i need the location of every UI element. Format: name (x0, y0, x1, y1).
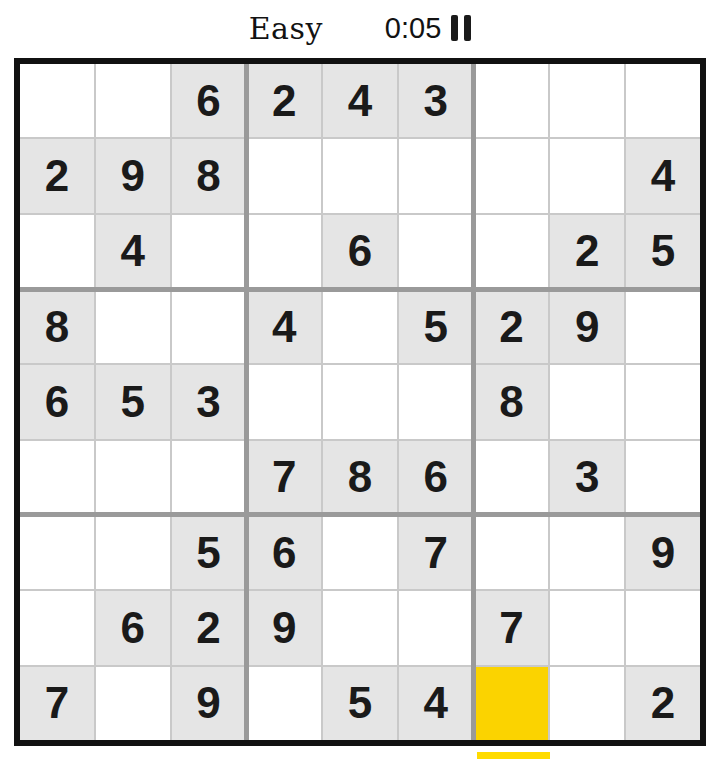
cell-r2c5[interactable] (323, 139, 397, 212)
cell-r8c8[interactable] (550, 591, 624, 664)
cell-r9c7[interactable] (475, 667, 549, 740)
cell-r1c1[interactable] (20, 64, 94, 137)
cell-r9c6[interactable]: 4 (399, 667, 473, 740)
cell-r5c4[interactable] (247, 365, 321, 438)
cell-r9c1[interactable]: 7 (20, 667, 94, 740)
cell-r4c7[interactable]: 2 (475, 290, 549, 363)
cell-r8c2[interactable]: 6 (96, 591, 170, 664)
pause-button[interactable] (451, 15, 471, 41)
cell-r2c9[interactable]: 4 (626, 139, 700, 212)
cell-r7c6[interactable]: 7 (399, 516, 473, 589)
cell-r2c6[interactable] (399, 139, 473, 212)
cell-r3c5[interactable]: 6 (323, 215, 397, 288)
cell-r8c5[interactable] (323, 591, 397, 664)
cell-r3c9[interactable]: 5 (626, 215, 700, 288)
cell-r9c3[interactable]: 9 (172, 667, 246, 740)
cell-r6c1[interactable] (20, 441, 94, 514)
cell-r6c7[interactable] (475, 441, 549, 514)
cell-r6c3[interactable] (172, 441, 246, 514)
cell-r4c3[interactable] (172, 290, 246, 363)
cell-r1c6[interactable]: 3 (399, 64, 473, 137)
cell-r9c8[interactable] (550, 667, 624, 740)
cell-r3c8[interactable]: 2 (550, 215, 624, 288)
cell-r3c6[interactable] (399, 215, 473, 288)
cell-r1c7[interactable] (475, 64, 549, 137)
sudoku-board: 62432984462584529653878635679629779542 (14, 58, 706, 746)
cell-r2c8[interactable] (550, 139, 624, 212)
cell-r9c2[interactable] (96, 667, 170, 740)
cell-r3c3[interactable] (172, 215, 246, 288)
cell-r8c6[interactable] (399, 591, 473, 664)
cell-r2c4[interactable] (247, 139, 321, 212)
cell-r7c5[interactable] (323, 516, 397, 589)
timer-group: 0:05 (385, 12, 471, 45)
timer-value: 0:05 (385, 12, 441, 45)
cell-r2c1[interactable]: 2 (20, 139, 94, 212)
cell-r9c4[interactable] (247, 667, 321, 740)
cell-r4c9[interactable] (626, 290, 700, 363)
cell-r5c1[interactable]: 6 (20, 365, 94, 438)
cell-r6c9[interactable] (626, 441, 700, 514)
cell-r4c1[interactable]: 8 (20, 290, 94, 363)
cell-r7c9[interactable]: 9 (626, 516, 700, 589)
cell-r5c6[interactable] (399, 365, 473, 438)
cell-r5c9[interactable] (626, 365, 700, 438)
cell-r3c1[interactable] (20, 215, 94, 288)
cell-r8c1[interactable] (20, 591, 94, 664)
cell-r9c9[interactable]: 2 (626, 667, 700, 740)
cell-r6c4[interactable]: 7 (247, 441, 321, 514)
cell-r4c5[interactable] (323, 290, 397, 363)
cell-r8c7[interactable]: 7 (475, 591, 549, 664)
cell-r2c2[interactable]: 9 (96, 139, 170, 212)
cell-r4c6[interactable]: 5 (399, 290, 473, 363)
cell-r5c3[interactable]: 3 (172, 365, 246, 438)
cell-r4c2[interactable] (96, 290, 170, 363)
cell-r3c7[interactable] (475, 215, 549, 288)
cell-r2c3[interactable]: 8 (172, 139, 246, 212)
difficulty-label: Easy (249, 11, 323, 46)
cell-r1c4[interactable]: 2 (247, 64, 321, 137)
cell-r7c7[interactable] (475, 516, 549, 589)
cell-r7c8[interactable] (550, 516, 624, 589)
cell-r1c8[interactable] (550, 64, 624, 137)
cell-r5c5[interactable] (323, 365, 397, 438)
cell-r2c7[interactable] (475, 139, 549, 212)
cell-r4c4[interactable]: 4 (247, 290, 321, 363)
cell-r4c8[interactable]: 9 (550, 290, 624, 363)
sudoku-page: Easy 0:05 624329844625845296538786356796… (0, 0, 720, 759)
cell-r1c2[interactable] (96, 64, 170, 137)
cell-r8c4[interactable]: 9 (247, 591, 321, 664)
cell-r7c2[interactable] (96, 516, 170, 589)
header: Easy 0:05 (0, 0, 720, 56)
cell-r6c6[interactable]: 6 (399, 441, 473, 514)
pause-icon (451, 15, 471, 41)
sudoku-grid: 62432984462584529653878635679629779542 (20, 64, 700, 740)
cell-r7c3[interactable]: 5 (172, 516, 246, 589)
cell-r5c2[interactable]: 5 (96, 365, 170, 438)
cell-r1c5[interactable]: 4 (323, 64, 397, 137)
cell-r5c7[interactable]: 8 (475, 365, 549, 438)
cell-r5c8[interactable] (550, 365, 624, 438)
cell-r6c2[interactable] (96, 441, 170, 514)
cell-r6c8[interactable]: 3 (550, 441, 624, 514)
cell-r8c9[interactable] (626, 591, 700, 664)
cell-r6c5[interactable]: 8 (323, 441, 397, 514)
cell-r7c1[interactable] (20, 516, 94, 589)
cell-r7c4[interactable]: 6 (247, 516, 321, 589)
cell-r9c5[interactable]: 5 (323, 667, 397, 740)
cell-r3c2[interactable]: 4 (96, 215, 170, 288)
cell-r1c9[interactable] (626, 64, 700, 137)
cell-r3c4[interactable] (247, 215, 321, 288)
cell-r8c3[interactable]: 2 (172, 591, 246, 664)
cell-r1c3[interactable]: 6 (172, 64, 246, 137)
selected-column-underline (477, 752, 550, 759)
